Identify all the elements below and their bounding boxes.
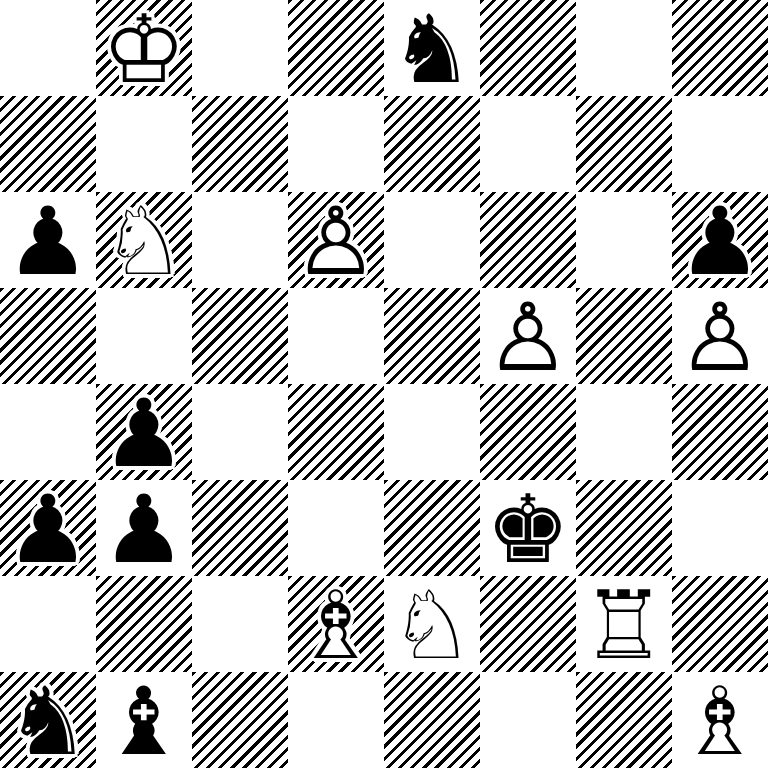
white-knight-icon: ♘	[384, 576, 480, 672]
white-pawn-icon: ♙	[480, 288, 576, 384]
white-bishop-silhouette: ♝	[288, 576, 384, 672]
square-f2[interactable]	[480, 576, 576, 672]
square-h3[interactable]	[672, 480, 768, 576]
square-e3[interactable]	[384, 480, 480, 576]
square-d8[interactable]	[288, 0, 384, 96]
black-pawn-icon: ♟	[0, 192, 96, 288]
white-bishop-icon: ♗	[672, 672, 768, 768]
white-pawn-icon: ♙	[288, 192, 384, 288]
square-c3[interactable]	[192, 480, 288, 576]
square-a2[interactable]	[0, 576, 96, 672]
black-pawn-icon: ♟	[672, 192, 768, 288]
black-pawn-icon: ♟	[0, 480, 96, 576]
black-pawn-b3[interactable]: ♟♟	[96, 480, 192, 576]
black-pawn-a6[interactable]: ♟♟	[0, 192, 96, 288]
square-c1[interactable]	[192, 672, 288, 768]
square-a5[interactable]	[0, 288, 96, 384]
white-king-b8[interactable]: ♚♔	[96, 0, 192, 96]
black-king-icon: ♚	[480, 480, 576, 576]
square-b6[interactable]: ♞♘	[96, 192, 192, 288]
square-g4[interactable]	[576, 384, 672, 480]
white-pawn-silhouette: ♟	[672, 288, 768, 384]
square-g3[interactable]	[576, 480, 672, 576]
black-knight-silhouette: ♞	[384, 0, 480, 96]
square-a8[interactable]	[0, 0, 96, 96]
square-e6[interactable]	[384, 192, 480, 288]
square-h6[interactable]: ♟♟	[672, 192, 768, 288]
black-bishop-icon: ♝	[96, 672, 192, 768]
black-knight-silhouette: ♞	[0, 672, 96, 768]
square-c8[interactable]	[192, 0, 288, 96]
square-a6[interactable]: ♟♟	[0, 192, 96, 288]
white-pawn-d6[interactable]: ♟♙	[288, 192, 384, 288]
black-knight-e8[interactable]: ♞♞	[384, 0, 480, 96]
square-e1[interactable]	[384, 672, 480, 768]
square-d2[interactable]: ♝♗	[288, 576, 384, 672]
square-h1[interactable]: ♝♗	[672, 672, 768, 768]
square-f3[interactable]: ♚♚	[480, 480, 576, 576]
square-g7[interactable]	[576, 96, 672, 192]
square-g1[interactable]	[576, 672, 672, 768]
square-a7[interactable]	[0, 96, 96, 192]
square-b7[interactable]	[96, 96, 192, 192]
square-h5[interactable]: ♟♙	[672, 288, 768, 384]
square-c6[interactable]	[192, 192, 288, 288]
white-rook-g2[interactable]: ♜♖	[576, 576, 672, 672]
white-knight-silhouette: ♞	[96, 192, 192, 288]
white-bishop-icon: ♗	[288, 576, 384, 672]
black-knight-icon: ♞	[384, 0, 480, 96]
square-f4[interactable]	[480, 384, 576, 480]
white-bishop-d2[interactable]: ♝♗	[288, 576, 384, 672]
white-bishop-h1[interactable]: ♝♗	[672, 672, 768, 768]
black-pawn-a3[interactable]: ♟♟	[0, 480, 96, 576]
square-d5[interactable]	[288, 288, 384, 384]
square-d4[interactable]	[288, 384, 384, 480]
black-pawn-b4[interactable]: ♟♟	[96, 384, 192, 480]
square-g5[interactable]	[576, 288, 672, 384]
square-e2[interactable]: ♞♘	[384, 576, 480, 672]
white-pawn-h5[interactable]: ♟♙	[672, 288, 768, 384]
square-f7[interactable]	[480, 96, 576, 192]
square-f5[interactable]: ♟♙	[480, 288, 576, 384]
square-c2[interactable]	[192, 576, 288, 672]
square-c5[interactable]	[192, 288, 288, 384]
white-pawn-silhouette: ♟	[480, 288, 576, 384]
black-king-silhouette: ♚	[480, 480, 576, 576]
square-e4[interactable]	[384, 384, 480, 480]
black-pawn-h6[interactable]: ♟♟	[672, 192, 768, 288]
black-knight-a1[interactable]: ♞♞	[0, 672, 96, 768]
square-g8[interactable]	[576, 0, 672, 96]
square-d7[interactable]	[288, 96, 384, 192]
square-a1[interactable]: ♞♞	[0, 672, 96, 768]
square-e7[interactable]	[384, 96, 480, 192]
square-b3[interactable]: ♟♟	[96, 480, 192, 576]
square-h7[interactable]	[672, 96, 768, 192]
white-rook-silhouette: ♜	[576, 576, 672, 672]
square-g2[interactable]: ♜♖	[576, 576, 672, 672]
black-pawn-silhouette: ♟	[96, 480, 192, 576]
square-d6[interactable]: ♟♙	[288, 192, 384, 288]
white-knight-e2[interactable]: ♞♘	[384, 576, 480, 672]
black-pawn-silhouette: ♟	[672, 192, 768, 288]
white-rook-icon: ♖	[576, 576, 672, 672]
white-knight-icon: ♘	[96, 192, 192, 288]
square-b8[interactable]: ♚♔	[96, 0, 192, 96]
white-bishop-silhouette: ♝	[672, 672, 768, 768]
square-f8[interactable]	[480, 0, 576, 96]
black-knight-icon: ♞	[0, 672, 96, 768]
chess-board: ♚♔♞♞♟♟♞♘♟♙♟♟♟♙♟♙♟♟♟♟♟♟♚♚♝♗♞♘♜♖♞♞♝♝♝♗	[0, 0, 768, 768]
square-f6[interactable]	[480, 192, 576, 288]
square-d1[interactable]	[288, 672, 384, 768]
black-pawn-silhouette: ♟	[0, 192, 96, 288]
square-b1[interactable]: ♝♝	[96, 672, 192, 768]
black-king-f3[interactable]: ♚♚	[480, 480, 576, 576]
square-e8[interactable]: ♞♞	[384, 0, 480, 96]
white-pawn-silhouette: ♟	[288, 192, 384, 288]
black-bishop-silhouette: ♝	[96, 672, 192, 768]
white-knight-b6[interactable]: ♞♘	[96, 192, 192, 288]
square-d3[interactable]	[288, 480, 384, 576]
white-pawn-f5[interactable]: ♟♙	[480, 288, 576, 384]
square-b4[interactable]: ♟♟	[96, 384, 192, 480]
white-king-silhouette: ♚	[96, 0, 192, 96]
square-b5[interactable]	[96, 288, 192, 384]
square-h4[interactable]	[672, 384, 768, 480]
square-h2[interactable]	[672, 576, 768, 672]
black-pawn-silhouette: ♟	[0, 480, 96, 576]
white-pawn-icon: ♙	[672, 288, 768, 384]
white-knight-silhouette: ♞	[384, 576, 480, 672]
black-pawn-icon: ♟	[96, 384, 192, 480]
square-g6[interactable]	[576, 192, 672, 288]
black-pawn-icon: ♟	[96, 480, 192, 576]
square-f1[interactable]	[480, 672, 576, 768]
square-a4[interactable]	[0, 384, 96, 480]
square-c7[interactable]	[192, 96, 288, 192]
square-a3[interactable]: ♟♟	[0, 480, 96, 576]
square-b2[interactable]	[96, 576, 192, 672]
white-king-icon: ♔	[96, 0, 192, 96]
black-bishop-b1[interactable]: ♝♝	[96, 672, 192, 768]
black-pawn-silhouette: ♟	[96, 384, 192, 480]
square-h8[interactable]	[672, 0, 768, 96]
square-c4[interactable]	[192, 384, 288, 480]
square-e5[interactable]	[384, 288, 480, 384]
